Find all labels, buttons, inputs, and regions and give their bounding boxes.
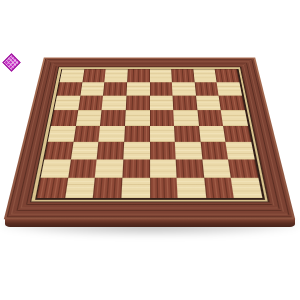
square-b2: [68, 159, 97, 178]
square-d1: [121, 178, 149, 198]
square-c2: [95, 159, 123, 178]
square-c8: [105, 69, 128, 82]
square-e1: [150, 178, 178, 198]
square-f2: [176, 159, 204, 178]
square-b5: [76, 110, 102, 125]
square-g5: [197, 110, 223, 125]
square-d4: [124, 126, 149, 142]
product-photo: ♘: [0, 0, 300, 300]
square-h5: [221, 110, 248, 125]
square-g1: [204, 178, 234, 198]
square-a6: [54, 96, 80, 110]
square-e5: [150, 110, 175, 125]
square-a7: [57, 82, 82, 96]
square-c5: [100, 110, 125, 125]
square-f6: [173, 96, 198, 110]
square-f1: [177, 178, 206, 198]
square-b3: [71, 142, 99, 159]
square-c4: [99, 126, 125, 142]
square-g8: [193, 69, 217, 82]
square-b1: [65, 178, 95, 198]
square-d8: [127, 69, 149, 82]
square-g7: [194, 82, 218, 96]
square-b6: [78, 96, 103, 110]
square-d7: [126, 82, 149, 96]
frame-band-bottom: [7, 202, 293, 217]
square-f8: [171, 69, 194, 82]
squares-grid: [37, 69, 263, 198]
square-h1: [231, 178, 262, 198]
square-h7: [217, 82, 242, 96]
board-scene: [0, 0, 300, 300]
square-e6: [150, 96, 174, 110]
square-g6: [196, 96, 221, 110]
square-d6: [126, 96, 150, 110]
square-d5: [125, 110, 150, 125]
square-c1: [93, 178, 122, 198]
square-h8: [215, 69, 239, 82]
square-e7: [150, 82, 173, 96]
square-g4: [199, 126, 226, 142]
square-a3: [44, 142, 73, 159]
square-b4: [73, 126, 100, 142]
square-a8: [60, 69, 84, 82]
square-f7: [172, 82, 196, 96]
square-e2: [150, 159, 177, 178]
square-e4: [150, 126, 175, 142]
square-f5: [173, 110, 198, 125]
square-c6: [102, 96, 127, 110]
square-c3: [97, 142, 124, 159]
square-a5: [51, 110, 78, 125]
square-c7: [103, 82, 127, 96]
square-h2: [228, 159, 258, 178]
square-d2: [122, 159, 149, 178]
board-trim-maple: [31, 67, 267, 201]
square-a1: [37, 178, 68, 198]
square-a4: [48, 126, 76, 142]
square-h6: [219, 96, 245, 110]
square-h3: [226, 142, 255, 159]
frame-band-top: [43, 59, 255, 67]
square-f4: [174, 126, 200, 142]
square-e8: [150, 69, 172, 82]
square-f3: [175, 142, 202, 159]
board-trim-inner: [35, 69, 265, 200]
vendor-logo: ♘: [2, 52, 18, 70]
square-b8: [82, 69, 106, 82]
square-e3: [150, 142, 176, 159]
square-a2: [41, 159, 71, 178]
square-g3: [200, 142, 228, 159]
chess-board: [4, 58, 295, 220]
board-trim-outer: [30, 67, 269, 203]
logo-knight-icon: ♘: [2, 54, 18, 68]
square-g2: [202, 159, 231, 178]
square-b7: [80, 82, 104, 96]
square-h4: [223, 126, 251, 142]
square-d3: [123, 142, 149, 159]
